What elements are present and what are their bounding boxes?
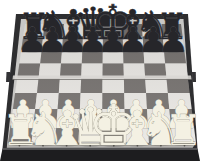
hinge-tab-right [192, 72, 196, 82]
piece-white-rook-h1[interactable]: ♜ [164, 106, 200, 155]
chess-set-photo: ♜♞♝♛♚♝♞♜♟♟♟♟♟♟♟♟♟♟♟♟♟♟♟♟♜♞♝♛♚♝♞♜ [0, 0, 200, 164]
hinge-tab-left [6, 72, 10, 82]
board-hinge-seam [13, 76, 192, 80]
hinge-seam-shadow [12, 79, 191, 80]
chess-board[interactable]: ♜♞♝♛♚♝♞♜♟♟♟♟♟♟♟♟♟♟♟♟♟♟♟♟♜♞♝♛♚♝♞♜ [0, 0, 200, 164]
piece-black-pawn-h7[interactable]: ♟ [158, 20, 189, 60]
